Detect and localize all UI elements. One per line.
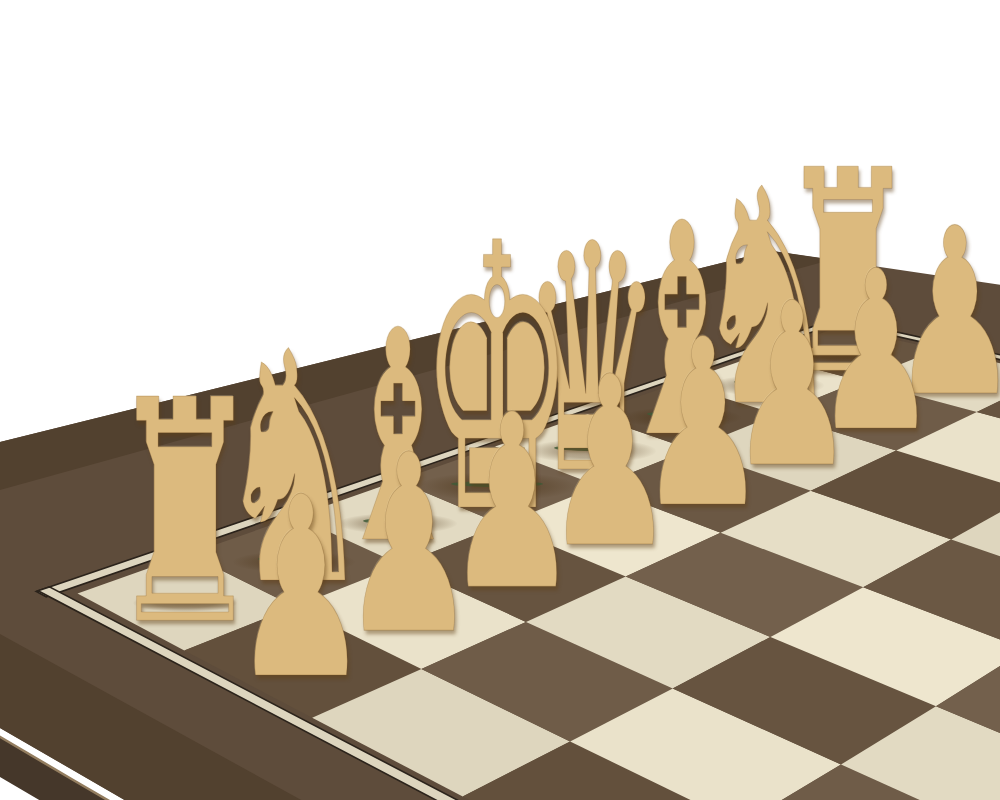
chess-set-photo: ♜♞♝♚♛♝♞♜♟♟♟♟♟♟♟♟ <box>0 0 1000 800</box>
chess-board <box>0 0 1000 800</box>
